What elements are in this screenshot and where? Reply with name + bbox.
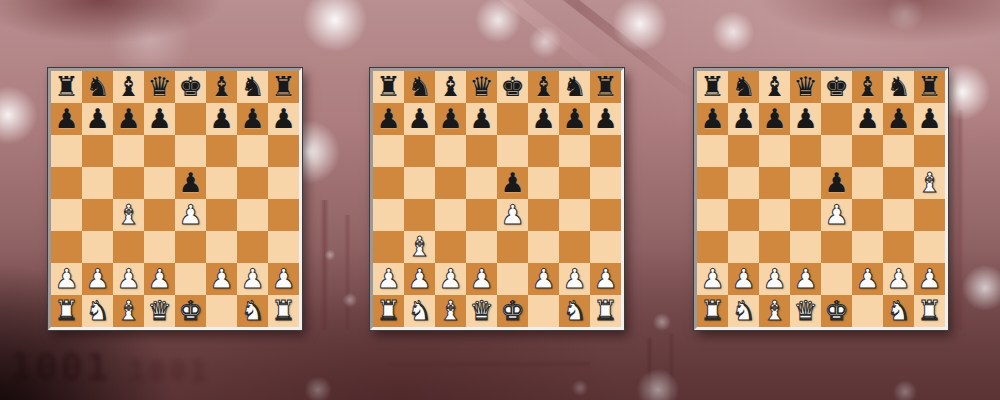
binary-text: 1001 [10, 346, 111, 389]
square-e1: ♚ [497, 295, 528, 327]
black-pawn-icon: ♟ [209, 105, 233, 132]
square-d6 [466, 135, 497, 167]
bokeh-glow [0, 83, 40, 147]
square-c3 [759, 231, 790, 263]
white-pawn-icon: ♟ [376, 265, 400, 292]
square-c4 [759, 199, 790, 231]
square-a7: ♟ [51, 103, 82, 135]
square-f5 [852, 167, 883, 199]
square-f7: ♟ [852, 103, 883, 135]
square-h5 [590, 167, 621, 199]
bokeh-glow [885, 0, 925, 33]
square-d8: ♛ [144, 71, 175, 103]
square-f3 [206, 231, 237, 263]
square-c4: ♝ [113, 199, 144, 231]
square-b4 [728, 199, 759, 231]
white-knight-icon: ♞ [407, 297, 431, 324]
square-d1: ♛ [790, 295, 821, 327]
square-g6 [883, 135, 914, 167]
square-b8: ♞ [728, 71, 759, 103]
black-pawn-icon: ♟ [116, 105, 140, 132]
square-b5 [82, 167, 113, 199]
square-d4 [466, 199, 497, 231]
bokeh-glow [324, 249, 336, 261]
black-king-icon: ♚ [178, 73, 202, 100]
square-c7: ♟ [435, 103, 466, 135]
bokeh-glow [610, 0, 670, 54]
white-pawn-icon: ♟ [886, 265, 910, 292]
square-d6 [144, 135, 175, 167]
square-h6 [590, 135, 621, 167]
square-g3 [883, 231, 914, 263]
square-f5 [206, 167, 237, 199]
square-c5 [113, 167, 144, 199]
white-knight-icon: ♞ [562, 297, 586, 324]
black-king-icon: ♚ [500, 73, 524, 100]
white-pawn-icon: ♟ [85, 265, 109, 292]
square-a3 [697, 231, 728, 263]
black-pawn-icon: ♟ [731, 105, 755, 132]
black-knight-icon: ♞ [85, 73, 109, 100]
square-h5 [268, 167, 299, 199]
white-rook-icon: ♜ [593, 297, 617, 324]
white-pawn-icon: ♟ [855, 265, 879, 292]
white-bishop-icon: ♝ [762, 297, 786, 324]
square-g5 [237, 167, 268, 199]
square-f7: ♟ [528, 103, 559, 135]
square-h1: ♜ [590, 295, 621, 327]
square-c1: ♝ [113, 295, 144, 327]
square-d7: ♟ [144, 103, 175, 135]
white-pawn-icon: ♟ [147, 265, 171, 292]
white-pawn-icon: ♟ [407, 265, 431, 292]
square-c7: ♟ [113, 103, 144, 135]
square-g8: ♞ [559, 71, 590, 103]
black-pawn-icon: ♟ [85, 105, 109, 132]
circuit-trace [646, 338, 653, 400]
square-h7: ♟ [268, 103, 299, 135]
square-g1: ♞ [559, 295, 590, 327]
square-f6 [852, 135, 883, 167]
square-a3 [373, 231, 404, 263]
square-g1: ♞ [237, 295, 268, 327]
black-pawn-icon: ♟ [793, 105, 817, 132]
square-h2: ♟ [268, 263, 299, 295]
square-a8: ♜ [373, 71, 404, 103]
square-f4 [852, 199, 883, 231]
black-rook-icon: ♜ [593, 73, 617, 100]
bokeh-glow [303, 375, 333, 400]
square-h6 [268, 135, 299, 167]
white-pawn-icon: ♟ [562, 265, 586, 292]
square-h3 [590, 231, 621, 263]
white-pawn-icon: ♟ [116, 265, 140, 292]
square-d7: ♟ [466, 103, 497, 135]
bokeh-glow [652, 312, 672, 332]
square-e4: ♟ [497, 199, 528, 231]
white-pawn-icon: ♟ [531, 265, 555, 292]
square-a6 [51, 135, 82, 167]
square-f3 [528, 231, 559, 263]
square-g4 [883, 199, 914, 231]
square-c2: ♟ [435, 263, 466, 295]
square-h7: ♟ [590, 103, 621, 135]
square-b8: ♞ [404, 71, 435, 103]
square-h8: ♜ [590, 71, 621, 103]
square-f1 [852, 295, 883, 327]
square-a2: ♟ [697, 263, 728, 295]
square-b6 [82, 135, 113, 167]
square-e5: ♟ [175, 167, 206, 199]
bokeh-glow [635, 367, 681, 400]
square-a4 [51, 199, 82, 231]
white-knight-icon: ♞ [886, 297, 910, 324]
square-g2: ♟ [237, 263, 268, 295]
square-d3 [144, 231, 175, 263]
square-a2: ♟ [373, 263, 404, 295]
square-h6 [914, 135, 945, 167]
square-f7: ♟ [206, 103, 237, 135]
white-rook-icon: ♜ [271, 297, 295, 324]
square-b5 [404, 167, 435, 199]
square-h1: ♜ [268, 295, 299, 327]
square-h2: ♟ [590, 263, 621, 295]
black-pawn-icon: ♟ [178, 169, 202, 196]
square-g8: ♞ [237, 71, 268, 103]
square-e7 [821, 103, 852, 135]
square-g5 [559, 167, 590, 199]
black-pawn-icon: ♟ [886, 105, 910, 132]
square-b1: ♞ [404, 295, 435, 327]
square-c8: ♝ [113, 71, 144, 103]
black-rook-icon: ♜ [271, 73, 295, 100]
square-a7: ♟ [373, 103, 404, 135]
black-pawn-icon: ♟ [54, 105, 78, 132]
square-d3 [790, 231, 821, 263]
square-e1: ♚ [821, 295, 852, 327]
square-h8: ♜ [268, 71, 299, 103]
black-knight-icon: ♞ [886, 73, 910, 100]
square-a6 [697, 135, 728, 167]
white-king-icon: ♚ [824, 297, 848, 324]
square-b1: ♞ [728, 295, 759, 327]
white-rook-icon: ♜ [54, 297, 78, 324]
square-e1: ♚ [175, 295, 206, 327]
square-a4 [373, 199, 404, 231]
square-e2 [821, 263, 852, 295]
square-d1: ♛ [144, 295, 175, 327]
square-a1: ♜ [373, 295, 404, 327]
square-f2: ♟ [852, 263, 883, 295]
black-bishop-icon: ♝ [209, 73, 233, 100]
black-pawn-icon: ♟ [593, 105, 617, 132]
square-g6 [237, 135, 268, 167]
bokeh-glow [571, 379, 589, 397]
square-b7: ♟ [404, 103, 435, 135]
white-bishop-icon: ♝ [116, 201, 140, 228]
square-g7: ♟ [559, 103, 590, 135]
square-b4 [82, 199, 113, 231]
square-e3 [821, 231, 852, 263]
white-knight-icon: ♞ [85, 297, 109, 324]
square-c1: ♝ [759, 295, 790, 327]
black-knight-icon: ♞ [562, 73, 586, 100]
square-e2 [175, 263, 206, 295]
square-h3 [914, 231, 945, 263]
chess-board-left: ♜♞♝♛♚♝♞♜♟♟♟♟♟♟♟♟♝♟♟♟♟♟♟♟♟♜♞♝♛♚♞♜ [48, 68, 302, 330]
square-e5: ♟ [497, 167, 528, 199]
black-bishop-icon: ♝ [438, 73, 462, 100]
white-pawn-icon: ♟ [54, 265, 78, 292]
square-d4 [790, 199, 821, 231]
square-g8: ♞ [883, 71, 914, 103]
square-c5 [435, 167, 466, 199]
square-f1 [528, 295, 559, 327]
bokeh-glow [300, 0, 370, 55]
square-b3 [728, 231, 759, 263]
square-c4 [435, 199, 466, 231]
square-c6 [435, 135, 466, 167]
black-rook-icon: ♜ [917, 73, 941, 100]
square-d3 [466, 231, 497, 263]
white-pawn-icon: ♟ [824, 201, 848, 228]
square-d5 [790, 167, 821, 199]
chess-board-right: ♜♞♝♛♚♝♞♜♟♟♟♟♟♟♟♟♝♟♟♟♟♟♟♟♟♜♞♝♛♚♞♜ [694, 68, 948, 330]
black-pawn-icon: ♟ [824, 169, 848, 196]
chess-board-center: ♜♞♝♛♚♝♞♜♟♟♟♟♟♟♟♟♟♝♟♟♟♟♟♟♟♜♞♝♛♚♞♜ [370, 68, 624, 330]
background: 1001 1001 ♜♞♝♛♚♝♞♜♟♟♟♟♟♟♟♟♝♟♟♟♟♟♟♟♟♜♞♝♛♚… [0, 0, 1000, 400]
black-pawn-icon: ♟ [700, 105, 724, 132]
square-b7: ♟ [82, 103, 113, 135]
square-h4 [268, 199, 299, 231]
square-f4 [206, 199, 237, 231]
black-rook-icon: ♜ [376, 73, 400, 100]
square-g4 [559, 199, 590, 231]
square-h3 [268, 231, 299, 263]
white-bishop-icon: ♝ [407, 233, 431, 260]
square-e2 [497, 263, 528, 295]
square-f6 [528, 135, 559, 167]
square-d2: ♟ [144, 263, 175, 295]
square-f6 [206, 135, 237, 167]
square-d5 [466, 167, 497, 199]
square-b2: ♟ [82, 263, 113, 295]
white-pawn-icon: ♟ [438, 265, 462, 292]
square-c2: ♟ [759, 263, 790, 295]
white-pawn-icon: ♟ [593, 265, 617, 292]
square-d5 [144, 167, 175, 199]
circuit-trace [320, 200, 329, 330]
square-c7: ♟ [759, 103, 790, 135]
white-pawn-icon: ♟ [178, 201, 202, 228]
square-f2: ♟ [206, 263, 237, 295]
white-pawn-icon: ♟ [469, 265, 493, 292]
bokeh-glow [342, 292, 358, 308]
square-d8: ♛ [466, 71, 497, 103]
black-queen-icon: ♛ [147, 73, 171, 100]
black-pawn-icon: ♟ [469, 105, 493, 132]
black-pawn-icon: ♟ [531, 105, 555, 132]
black-knight-icon: ♞ [407, 73, 431, 100]
black-pawn-icon: ♟ [917, 105, 941, 132]
black-queen-icon: ♛ [793, 73, 817, 100]
bokeh-glow [960, 263, 1000, 313]
black-bishop-icon: ♝ [855, 73, 879, 100]
white-pawn-icon: ♟ [700, 265, 724, 292]
square-b7: ♟ [728, 103, 759, 135]
square-c6 [759, 135, 790, 167]
black-rook-icon: ♜ [700, 73, 724, 100]
white-queen-icon: ♛ [469, 297, 493, 324]
black-pawn-icon: ♟ [376, 105, 400, 132]
white-bishop-icon: ♝ [116, 297, 140, 324]
white-pawn-icon: ♟ [917, 265, 941, 292]
square-a1: ♜ [697, 295, 728, 327]
square-e3 [497, 231, 528, 263]
square-g7: ♟ [237, 103, 268, 135]
square-b6 [404, 135, 435, 167]
circuit-trace [956, 110, 964, 330]
square-h1: ♜ [914, 295, 945, 327]
square-g3 [559, 231, 590, 263]
square-e6 [175, 135, 206, 167]
square-f1 [206, 295, 237, 327]
square-h2: ♟ [914, 263, 945, 295]
white-king-icon: ♚ [178, 297, 202, 324]
circuit-trace [344, 215, 351, 330]
black-pawn-icon: ♟ [407, 105, 431, 132]
square-c8: ♝ [435, 71, 466, 103]
black-king-icon: ♚ [824, 73, 848, 100]
square-e4: ♟ [821, 199, 852, 231]
black-pawn-icon: ♟ [562, 105, 586, 132]
square-b2: ♟ [404, 263, 435, 295]
square-g2: ♟ [559, 263, 590, 295]
white-pawn-icon: ♟ [731, 265, 755, 292]
black-bishop-icon: ♝ [531, 73, 555, 100]
square-h7: ♟ [914, 103, 945, 135]
white-rook-icon: ♜ [376, 297, 400, 324]
black-pawn-icon: ♟ [762, 105, 786, 132]
black-rook-icon: ♜ [54, 73, 78, 100]
white-rook-icon: ♜ [917, 297, 941, 324]
square-c3 [113, 231, 144, 263]
white-bishop-icon: ♝ [438, 297, 462, 324]
square-d2: ♟ [790, 263, 821, 295]
square-d6 [790, 135, 821, 167]
square-f8: ♝ [852, 71, 883, 103]
square-c2: ♟ [113, 263, 144, 295]
square-a1: ♜ [51, 295, 82, 327]
square-b3: ♝ [404, 231, 435, 263]
square-a8: ♜ [51, 71, 82, 103]
black-knight-icon: ♞ [240, 73, 264, 100]
square-a4 [697, 199, 728, 231]
circuit-trace [668, 334, 675, 400]
white-king-icon: ♚ [500, 297, 524, 324]
square-e7 [175, 103, 206, 135]
white-pawn-icon: ♟ [271, 265, 295, 292]
square-c5 [759, 167, 790, 199]
square-b3 [82, 231, 113, 263]
square-f5 [528, 167, 559, 199]
binary-text: 1001 [128, 354, 210, 388]
white-pawn-icon: ♟ [762, 265, 786, 292]
square-h4 [590, 199, 621, 231]
square-h5: ♝ [914, 167, 945, 199]
square-d2: ♟ [466, 263, 497, 295]
square-f8: ♝ [528, 71, 559, 103]
square-a5 [697, 167, 728, 199]
square-a3 [51, 231, 82, 263]
square-h8: ♜ [914, 71, 945, 103]
white-queen-icon: ♛ [147, 297, 171, 324]
black-knight-icon: ♞ [731, 73, 755, 100]
square-g6 [559, 135, 590, 167]
white-pawn-icon: ♟ [500, 201, 524, 228]
square-d8: ♛ [790, 71, 821, 103]
square-a2: ♟ [51, 263, 82, 295]
black-pawn-icon: ♟ [855, 105, 879, 132]
square-e6 [821, 135, 852, 167]
square-a5 [373, 167, 404, 199]
square-g1: ♞ [883, 295, 914, 327]
black-queen-icon: ♛ [469, 73, 493, 100]
square-b5 [728, 167, 759, 199]
black-bishop-icon: ♝ [116, 73, 140, 100]
circuit-trace [390, 360, 590, 368]
white-pawn-icon: ♟ [793, 265, 817, 292]
square-a6 [373, 135, 404, 167]
bokeh-glow [892, 379, 918, 400]
black-pawn-icon: ♟ [147, 105, 171, 132]
black-pawn-icon: ♟ [271, 105, 295, 132]
square-f3 [852, 231, 883, 263]
square-e4: ♟ [175, 199, 206, 231]
square-g5 [883, 167, 914, 199]
square-d4 [144, 199, 175, 231]
square-a7: ♟ [697, 103, 728, 135]
square-a8: ♜ [697, 71, 728, 103]
square-f8: ♝ [206, 71, 237, 103]
square-c3 [435, 231, 466, 263]
square-g7: ♟ [883, 103, 914, 135]
square-g3 [237, 231, 268, 263]
square-b6 [728, 135, 759, 167]
white-pawn-icon: ♟ [240, 265, 264, 292]
square-c1: ♝ [435, 295, 466, 327]
black-pawn-icon: ♟ [240, 105, 264, 132]
bokeh-glow [527, 24, 563, 60]
square-e7 [497, 103, 528, 135]
white-rook-icon: ♜ [700, 297, 724, 324]
square-f4 [528, 199, 559, 231]
white-pawn-icon: ♟ [209, 265, 233, 292]
white-bishop-icon: ♝ [917, 169, 941, 196]
square-h4 [914, 199, 945, 231]
bokeh-glow [473, 0, 523, 45]
square-g2: ♟ [883, 263, 914, 295]
square-d1: ♛ [466, 295, 497, 327]
square-a5 [51, 167, 82, 199]
black-bishop-icon: ♝ [762, 73, 786, 100]
square-g4 [237, 199, 268, 231]
square-f2: ♟ [528, 263, 559, 295]
square-e8: ♚ [821, 71, 852, 103]
square-b1: ♞ [82, 295, 113, 327]
white-queen-icon: ♛ [793, 297, 817, 324]
square-b4 [404, 199, 435, 231]
